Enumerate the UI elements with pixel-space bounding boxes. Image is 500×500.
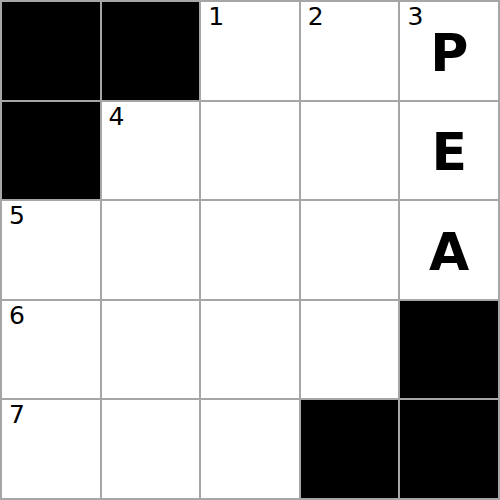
cell-r3c2[interactable] — [102, 201, 200, 299]
cell-r4c3[interactable] — [201, 301, 299, 399]
cell-r2c4[interactable] — [301, 102, 399, 200]
clue-number: 5 — [9, 202, 25, 231]
black-cell-r5c4 — [301, 400, 399, 498]
crossword-grid: 123P4E5A67 — [0, 0, 500, 500]
cell-r1c5[interactable]: 3P — [400, 2, 498, 100]
crossword-board: 123P4E5A67 — [0, 0, 500, 500]
cell-r3c4[interactable] — [301, 201, 399, 299]
cell-r5c2[interactable] — [102, 400, 200, 498]
cell-r3c1[interactable]: 5 — [2, 201, 100, 299]
clue-number: 1 — [208, 3, 224, 32]
cell-r2c5[interactable]: E — [400, 102, 498, 200]
clue-number: 4 — [109, 103, 125, 132]
clue-number: 7 — [9, 401, 25, 430]
cell-r5c3[interactable] — [201, 400, 299, 498]
cell-letter: E — [400, 102, 498, 200]
black-cell-r2c1 — [2, 102, 100, 200]
black-cell-r1c1 — [2, 2, 100, 100]
cell-r1c4[interactable]: 2 — [301, 2, 399, 100]
clue-number: 2 — [308, 3, 324, 32]
cell-r2c3[interactable] — [201, 102, 299, 200]
cell-letter: A — [400, 201, 498, 299]
cell-r1c3[interactable]: 1 — [201, 2, 299, 100]
clue-number: 6 — [9, 302, 25, 331]
cell-r4c2[interactable] — [102, 301, 200, 399]
black-cell-r1c2 — [102, 2, 200, 100]
cell-r3c5[interactable]: A — [400, 201, 498, 299]
cell-r5c1[interactable]: 7 — [2, 400, 100, 498]
cell-r2c2[interactable]: 4 — [102, 102, 200, 200]
cell-r4c1[interactable]: 6 — [2, 301, 100, 399]
cell-r3c3[interactable] — [201, 201, 299, 299]
cell-r4c4[interactable] — [301, 301, 399, 399]
cell-letter: P — [400, 2, 498, 100]
black-cell-r4c5 — [400, 301, 498, 399]
black-cell-r5c5 — [400, 400, 498, 498]
